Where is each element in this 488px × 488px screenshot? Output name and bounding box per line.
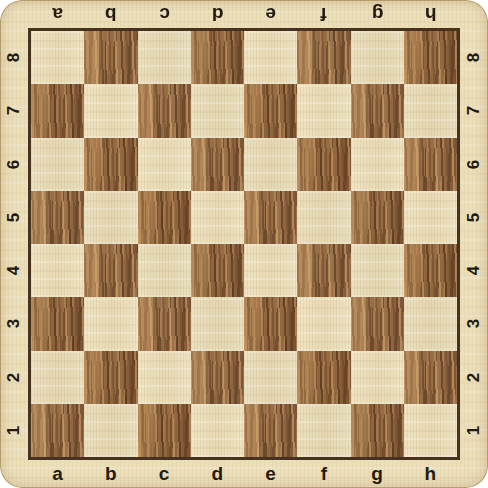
square-e3[interactable] bbox=[244, 297, 297, 350]
square-e8[interactable] bbox=[244, 31, 297, 84]
chess-board: abcdefgh abcdefgh 87654321 87654321 bbox=[0, 0, 488, 488]
square-g7[interactable] bbox=[351, 84, 404, 137]
file-label-bottom-a: a bbox=[31, 460, 84, 488]
file-label-bottom-e: e bbox=[244, 460, 297, 488]
square-h2[interactable] bbox=[404, 351, 457, 404]
rank-labels-right: 87654321 bbox=[460, 31, 488, 457]
square-h4[interactable] bbox=[404, 244, 457, 297]
square-c6[interactable] bbox=[138, 138, 191, 191]
square-g5[interactable] bbox=[351, 191, 404, 244]
square-e5[interactable] bbox=[244, 191, 297, 244]
square-h3[interactable] bbox=[404, 297, 457, 350]
square-b8[interactable] bbox=[84, 31, 137, 84]
square-a1[interactable] bbox=[31, 404, 84, 457]
square-c5[interactable] bbox=[138, 191, 191, 244]
square-a4[interactable] bbox=[31, 244, 84, 297]
square-g1[interactable] bbox=[351, 404, 404, 457]
square-f2[interactable] bbox=[297, 351, 350, 404]
file-label-top-b: b bbox=[84, 0, 137, 28]
file-label-bottom-b: b bbox=[84, 460, 137, 488]
square-g6[interactable] bbox=[351, 138, 404, 191]
square-b2[interactable] bbox=[84, 351, 137, 404]
square-d4[interactable] bbox=[191, 244, 244, 297]
square-h1[interactable] bbox=[404, 404, 457, 457]
square-d8[interactable] bbox=[191, 31, 244, 84]
square-c3[interactable] bbox=[138, 297, 191, 350]
square-a7[interactable] bbox=[31, 84, 84, 137]
square-a8[interactable] bbox=[31, 31, 84, 84]
square-f8[interactable] bbox=[297, 31, 350, 84]
file-label-top-g: g bbox=[351, 0, 404, 28]
file-label-bottom-f: f bbox=[297, 460, 350, 488]
square-d2[interactable] bbox=[191, 351, 244, 404]
square-c7[interactable] bbox=[138, 84, 191, 137]
file-label-bottom-d: d bbox=[191, 460, 244, 488]
square-g2[interactable] bbox=[351, 351, 404, 404]
square-b4[interactable] bbox=[84, 244, 137, 297]
square-f1[interactable] bbox=[297, 404, 350, 457]
file-label-bottom-c: c bbox=[138, 460, 191, 488]
square-h7[interactable] bbox=[404, 84, 457, 137]
square-e2[interactable] bbox=[244, 351, 297, 404]
square-g4[interactable] bbox=[351, 244, 404, 297]
square-c4[interactable] bbox=[138, 244, 191, 297]
square-h8[interactable] bbox=[404, 31, 457, 84]
square-d1[interactable] bbox=[191, 404, 244, 457]
square-b5[interactable] bbox=[84, 191, 137, 244]
square-a6[interactable] bbox=[31, 138, 84, 191]
file-label-top-h: h bbox=[404, 0, 457, 28]
square-e1[interactable] bbox=[244, 404, 297, 457]
screenshot-stage: abcdefgh abcdefgh 87654321 87654321 bbox=[0, 0, 488, 488]
file-label-bottom-g: g bbox=[351, 460, 404, 488]
board-grid bbox=[28, 28, 460, 460]
square-c2[interactable] bbox=[138, 351, 191, 404]
square-h5[interactable] bbox=[404, 191, 457, 244]
file-label-top-f: f bbox=[297, 0, 350, 28]
square-e7[interactable] bbox=[244, 84, 297, 137]
file-label-top-c: c bbox=[138, 0, 191, 28]
square-b1[interactable] bbox=[84, 404, 137, 457]
square-f7[interactable] bbox=[297, 84, 350, 137]
square-b3[interactable] bbox=[84, 297, 137, 350]
file-labels-top: abcdefgh bbox=[31, 0, 457, 28]
file-label-top-e: e bbox=[244, 0, 297, 28]
file-label-top-a: a bbox=[31, 0, 84, 28]
square-g8[interactable] bbox=[351, 31, 404, 84]
file-label-bottom-h: h bbox=[404, 460, 457, 488]
square-a3[interactable] bbox=[31, 297, 84, 350]
square-a5[interactable] bbox=[31, 191, 84, 244]
square-d5[interactable] bbox=[191, 191, 244, 244]
file-labels-bottom: abcdefgh bbox=[31, 460, 457, 488]
square-f5[interactable] bbox=[297, 191, 350, 244]
square-h6[interactable] bbox=[404, 138, 457, 191]
square-a2[interactable] bbox=[31, 351, 84, 404]
square-d7[interactable] bbox=[191, 84, 244, 137]
square-b7[interactable] bbox=[84, 84, 137, 137]
square-d6[interactable] bbox=[191, 138, 244, 191]
square-g3[interactable] bbox=[351, 297, 404, 350]
square-f6[interactable] bbox=[297, 138, 350, 191]
square-b6[interactable] bbox=[84, 138, 137, 191]
square-f3[interactable] bbox=[297, 297, 350, 350]
file-label-top-d: d bbox=[191, 0, 244, 28]
square-c1[interactable] bbox=[138, 404, 191, 457]
rank-labels-left: 87654321 bbox=[0, 31, 28, 457]
square-f4[interactable] bbox=[297, 244, 350, 297]
square-c8[interactable] bbox=[138, 31, 191, 84]
square-e6[interactable] bbox=[244, 138, 297, 191]
square-d3[interactable] bbox=[191, 297, 244, 350]
square-e4[interactable] bbox=[244, 244, 297, 297]
